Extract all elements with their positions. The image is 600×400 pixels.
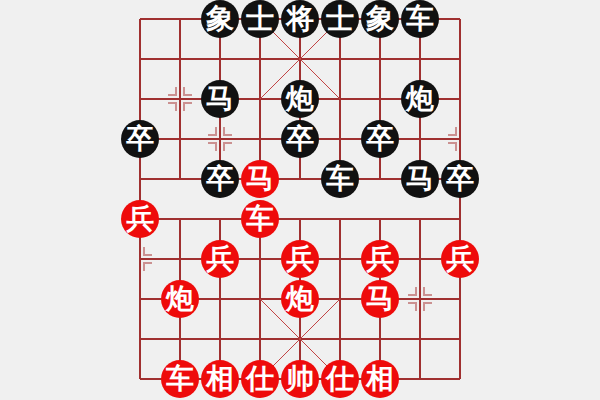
pieces-grid: 象士将士象车马炮炮卒卒卒卒车马卒马兵车兵兵兵兵炮炮马车相仕帅仕相 [120,0,480,399]
piece-black-horse[interactable]: 马 [401,160,439,198]
piece-red-elephant[interactable]: 相 [361,360,399,398]
piece-black-soldier[interactable]: 卒 [201,160,239,198]
piece-black-king[interactable]: 将 [281,0,319,38]
piece-red-soldier[interactable]: 兵 [121,200,159,238]
piece-black-elephant[interactable]: 象 [361,0,399,38]
piece-black-soldier[interactable]: 卒 [121,120,159,158]
piece-red-cannon[interactable]: 炮 [281,280,319,318]
piece-black-advisor[interactable]: 士 [321,0,359,38]
piece-black-horse[interactable]: 马 [201,80,239,118]
piece-black-soldier[interactable]: 卒 [281,120,319,158]
piece-red-soldier[interactable]: 兵 [441,240,479,278]
piece-red-cannon[interactable]: 炮 [161,280,199,318]
piece-red-king[interactable]: 帅 [281,360,319,398]
piece-red-horse[interactable]: 马 [361,280,399,318]
piece-red-soldier[interactable]: 兵 [201,240,239,278]
piece-black-cannon[interactable]: 炮 [401,80,439,118]
piece-black-chariot[interactable]: 车 [401,0,439,38]
piece-black-soldier[interactable]: 卒 [361,120,399,158]
piece-red-advisor[interactable]: 仕 [321,360,359,398]
piece-black-chariot[interactable]: 车 [321,160,359,198]
piece-red-advisor[interactable]: 仕 [241,360,279,398]
piece-black-soldier[interactable]: 卒 [441,160,479,198]
piece-red-chariot[interactable]: 车 [161,360,199,398]
piece-red-soldier[interactable]: 兵 [361,240,399,278]
xiangqi-board: 象士将士象车马炮炮卒卒卒卒车马卒马兵车兵兵兵兵炮炮马车相仕帅仕相 [0,0,600,400]
piece-red-soldier[interactable]: 兵 [281,240,319,278]
piece-red-horse[interactable]: 马 [241,160,279,198]
piece-red-chariot[interactable]: 车 [241,200,279,238]
piece-black-elephant[interactable]: 象 [201,0,239,38]
piece-black-advisor[interactable]: 士 [241,0,279,38]
piece-red-elephant[interactable]: 相 [201,360,239,398]
piece-black-cannon[interactable]: 炮 [281,80,319,118]
